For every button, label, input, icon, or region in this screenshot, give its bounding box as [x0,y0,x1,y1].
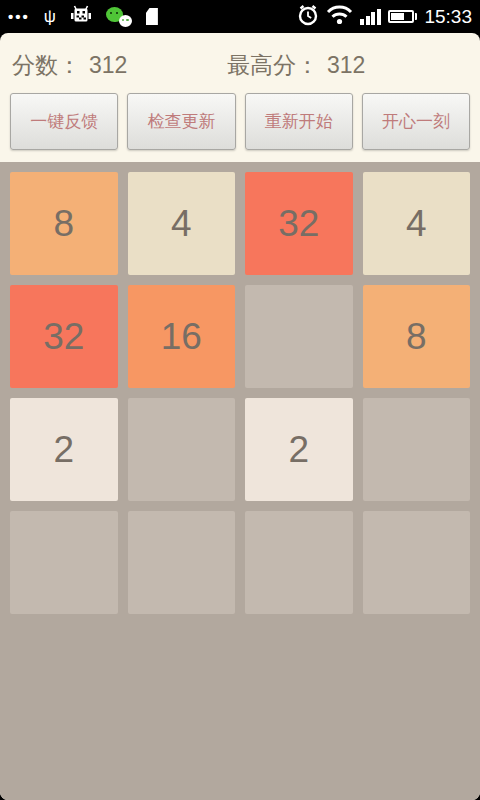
usb-icon: ψ [44,0,56,33]
status-bar: ••• ψ [0,0,480,33]
restart-button[interactable]: 重新开始 [245,93,353,150]
empty-cell [128,398,236,501]
tile-4: 4 [128,172,236,275]
tile-16: 16 [128,285,236,388]
score-group: 分数： 312 [12,49,227,81]
check-update-button[interactable]: 检查更新 [127,93,235,150]
wechat-icon [106,6,132,28]
score-value: 312 [89,49,127,81]
sd-card-icon [146,8,158,25]
tile-grid: 843243216822 [0,162,480,624]
game-board[interactable]: 843243216822 [0,162,480,800]
empty-cell [363,398,471,501]
score-label: 分数： [12,49,81,81]
battery-icon [388,10,418,23]
alarm-clock-icon [297,4,319,30]
score-panel: 分数： 312 最高分： 312 [0,33,480,81]
empty-cell [363,511,471,614]
best-score-label: 最高分： [227,49,319,81]
empty-cell [10,511,118,614]
status-time: 15:33 [424,6,472,28]
empty-cell [128,511,236,614]
toolbar: 一键反馈 检查更新 重新开始 开心一刻 [0,81,480,162]
tile-32: 32 [10,285,118,388]
app-window: 分数： 312 最高分： 312 一键反馈 检查更新 重新开始 开心一刻 843… [0,33,480,800]
tile-8: 8 [363,285,471,388]
signal-strength-icon [360,9,381,25]
tile-8: 8 [10,172,118,275]
happy-moment-button[interactable]: 开心一刻 [362,93,470,150]
feedback-button[interactable]: 一键反馈 [10,93,118,150]
tile-2: 2 [10,398,118,501]
tile-32: 32 [245,172,353,275]
tile-2: 2 [245,398,353,501]
robot-icon [70,5,92,29]
wifi-icon [326,5,353,29]
best-score-value: 312 [327,49,365,81]
empty-cell [245,285,353,388]
tile-4: 4 [363,172,471,275]
empty-cell [245,511,353,614]
more-notifications-icon: ••• [8,0,30,33]
best-score-group: 最高分： 312 [227,49,365,81]
